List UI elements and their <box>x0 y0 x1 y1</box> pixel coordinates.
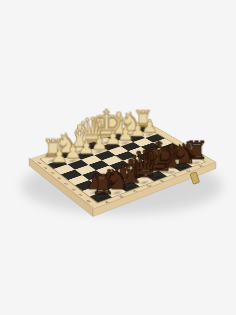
rank-label: 7 <box>78 193 84 196</box>
product-photo: ♜♞♝♛♚♝♞♜♟♟♟♟♟♟♟♟♟♟♟♟♟♟♟♟♜♞♝♛♚♝♞♜ 1234567… <box>0 0 236 315</box>
rank-label: 1 <box>36 161 41 164</box>
rank-label: 4 <box>56 177 62 180</box>
chess-board: ♜♞♝♛♚♝♞♜♟♟♟♟♟♟♟♟♟♟♟♟♟♟♟♟♜♞♝♛♚♝♞♜ 1234567… <box>29 121 216 209</box>
board-squares: ♜♞♝♛♚♝♞♜♟♟♟♟♟♟♟♟♟♟♟♟♟♟♟♟♜♞♝♛♚♝♞♜ <box>40 125 204 202</box>
rank-label: 3 <box>49 171 55 174</box>
file-label: D <box>145 184 151 187</box>
square-a8: ♜ <box>89 191 111 202</box>
rank-label: 8 <box>85 199 91 202</box>
rank-label: 2 <box>43 166 48 169</box>
file-label: B <box>118 194 124 197</box>
file-label: H <box>197 164 203 167</box>
rank-label: 6 <box>70 188 76 191</box>
file-label: C <box>132 189 138 192</box>
rank-label: 5 <box>63 182 69 185</box>
black-rook: ♜ <box>90 171 114 198</box>
file-label: A <box>103 200 109 204</box>
chess-scene: ♜♞♝♛♚♝♞♜♟♟♟♟♟♟♟♟♟♟♟♟♟♟♟♟♜♞♝♛♚♝♞♜ 1234567… <box>0 0 236 315</box>
white-pawn: ♟ <box>50 146 67 165</box>
